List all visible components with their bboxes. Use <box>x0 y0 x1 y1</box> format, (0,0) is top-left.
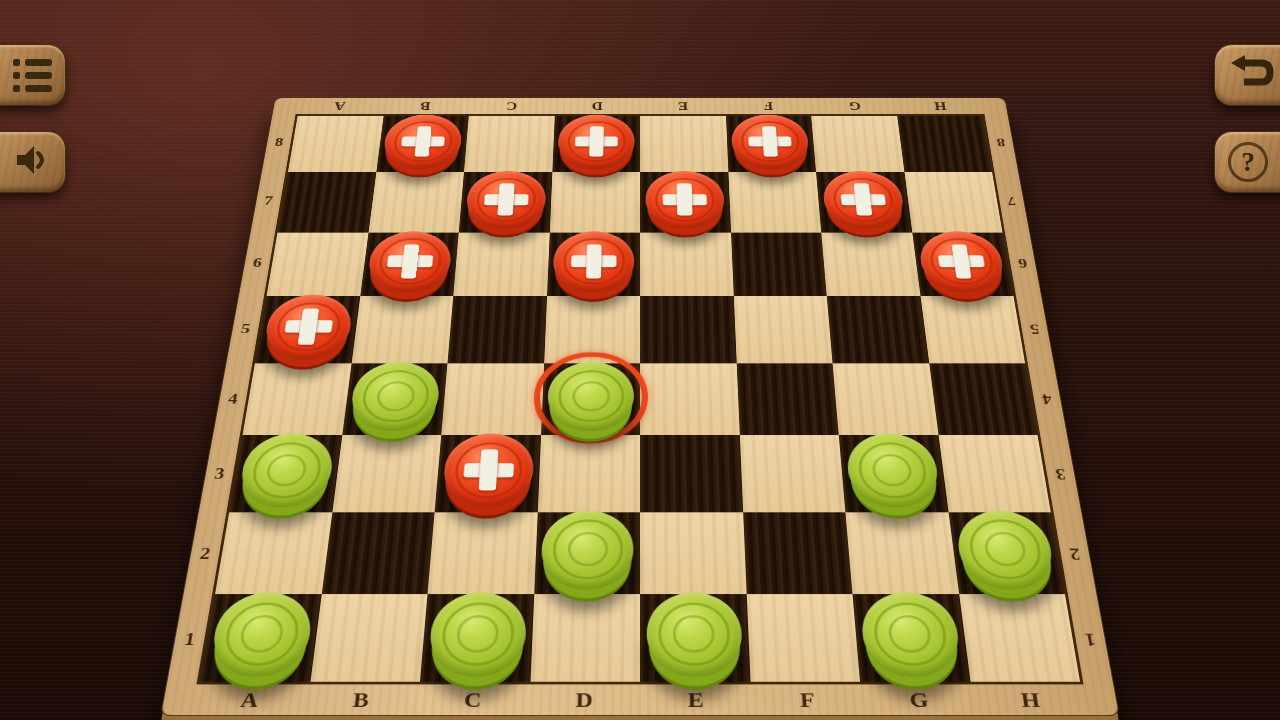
green-piece-e1[interactable] <box>646 592 743 676</box>
red-piece-d6[interactable] <box>552 231 634 292</box>
coord-label-c: C <box>468 98 555 114</box>
cross-icon <box>839 184 886 216</box>
square-e6[interactable] <box>640 232 733 296</box>
coord-label-b: B <box>303 684 418 715</box>
red-piece-b6[interactable] <box>366 231 453 292</box>
green-piece-g3[interactable] <box>845 434 942 507</box>
green-piece-h2[interactable] <box>954 511 1058 589</box>
green-piece-g1[interactable] <box>859 592 963 676</box>
file-labels-top: ABCDEFGH <box>296 98 985 114</box>
square-h2[interactable] <box>948 512 1065 594</box>
coord-label-g: G <box>862 684 977 715</box>
red-piece-d8[interactable] <box>557 115 634 169</box>
square-f6[interactable] <box>731 232 827 296</box>
coord-label-g: G <box>811 98 898 114</box>
square-c3[interactable] <box>435 435 541 512</box>
square-a4[interactable] <box>242 363 351 435</box>
square-g6[interactable] <box>821 232 920 296</box>
menu-button[interactable] <box>0 44 66 106</box>
square-g2[interactable] <box>845 512 958 594</box>
square-a2[interactable] <box>215 512 332 594</box>
square-g5[interactable] <box>827 296 929 364</box>
square-c2[interactable] <box>428 512 538 594</box>
file-labels-bottom: ABCDEFGH <box>191 684 1089 715</box>
sound-button[interactable] <box>0 131 66 193</box>
square-a3[interactable] <box>229 435 342 512</box>
square-b8[interactable] <box>376 116 469 173</box>
square-b7[interactable] <box>368 172 464 232</box>
square-e1[interactable] <box>640 594 750 682</box>
green-piece-c1[interactable] <box>427 592 527 676</box>
coord-label-e: E <box>640 684 752 715</box>
square-h3[interactable] <box>938 435 1051 512</box>
red-piece-e7[interactable] <box>645 171 725 228</box>
coord-label-b: B <box>382 98 469 114</box>
coord-label-e: E <box>640 98 726 114</box>
square-a7[interactable] <box>278 172 376 232</box>
square-d7[interactable] <box>549 172 640 232</box>
red-piece-a5[interactable] <box>261 295 354 360</box>
cross-icon <box>282 309 334 345</box>
coord-label-f: F <box>751 684 865 715</box>
square-e3[interactable] <box>640 435 743 512</box>
square-g8[interactable] <box>811 116 904 173</box>
coord-label-c: C <box>416 684 530 715</box>
square-a5[interactable] <box>255 296 360 364</box>
menu-list-icon <box>13 59 52 92</box>
coord-label-d: D <box>554 98 640 114</box>
square-f8[interactable] <box>726 116 816 173</box>
coord-label-h: H <box>896 98 984 114</box>
red-piece-c3[interactable] <box>441 434 535 507</box>
square-c5[interactable] <box>447 296 546 364</box>
undo-arrow-icon <box>1228 54 1274 96</box>
green-piece-a1[interactable] <box>207 592 315 676</box>
square-f3[interactable] <box>739 435 845 512</box>
square-d1[interactable] <box>530 594 640 682</box>
square-d4[interactable] <box>541 363 640 435</box>
cross-icon <box>386 244 435 278</box>
square-c6[interactable] <box>453 232 549 296</box>
question-mark-icon: ? <box>1228 142 1268 182</box>
speaker-icon <box>14 143 52 181</box>
coord-label-d: D <box>528 684 640 715</box>
square-g1[interactable] <box>852 594 970 682</box>
square-d6[interactable] <box>547 232 640 296</box>
board-grid <box>196 114 1083 684</box>
help-button[interactable]: ? <box>1214 131 1280 193</box>
coord-label-f: F <box>725 98 812 114</box>
square-f7[interactable] <box>728 172 821 232</box>
undo-button[interactable] <box>1214 44 1280 106</box>
square-b2[interactable] <box>321 512 434 594</box>
square-d8[interactable] <box>552 116 640 173</box>
coord-label-a: A <box>191 684 307 715</box>
red-piece-c7[interactable] <box>465 171 547 228</box>
green-piece-d4[interactable] <box>547 362 634 431</box>
cross-icon <box>575 126 618 156</box>
square-c1[interactable] <box>420 594 534 682</box>
coord-label-a: A <box>296 98 384 114</box>
cross-icon <box>462 450 514 491</box>
square-b3[interactable] <box>332 435 441 512</box>
board-3d-wrapper: ABCDEFGH ABCDEFGH 87654321 87654321 <box>160 98 1120 716</box>
square-c8[interactable] <box>464 116 554 173</box>
question-mark-label: ? <box>1241 147 1255 178</box>
red-piece-g7[interactable] <box>821 171 906 228</box>
square-b6[interactable] <box>360 232 459 296</box>
red-piece-f8[interactable] <box>731 115 811 169</box>
green-piece-a3[interactable] <box>236 434 336 507</box>
square-b1[interactable] <box>310 594 428 682</box>
square-a1[interactable] <box>200 594 321 682</box>
cross-icon <box>937 244 987 278</box>
square-h8[interactable] <box>897 116 992 173</box>
red-piece-h6[interactable] <box>917 231 1007 292</box>
cross-icon <box>662 184 707 216</box>
square-b5[interactable] <box>351 296 453 364</box>
cross-icon <box>571 244 617 278</box>
green-piece-d2[interactable] <box>540 511 633 589</box>
green-piece-b4[interactable] <box>348 362 441 431</box>
square-g4[interactable] <box>833 363 939 435</box>
square-g7[interactable] <box>816 172 912 232</box>
square-e4[interactable] <box>640 363 739 435</box>
square-h7[interactable] <box>904 172 1002 232</box>
square-f2[interactable] <box>743 512 853 594</box>
cross-icon <box>400 126 446 156</box>
coord-label-h: H <box>973 684 1089 715</box>
square-e2[interactable] <box>640 512 746 594</box>
square-h6[interactable] <box>912 232 1014 296</box>
cross-icon <box>748 126 793 156</box>
square-f1[interactable] <box>746 594 860 682</box>
square-c4[interactable] <box>441 363 543 435</box>
square-d3[interactable] <box>537 435 640 512</box>
square-c7[interactable] <box>459 172 552 232</box>
square-f4[interactable] <box>736 363 838 435</box>
square-e5[interactable] <box>640 296 736 364</box>
square-h4[interactable] <box>929 363 1038 435</box>
board-frame: ABCDEFGH ABCDEFGH 87654321 87654321 <box>160 98 1120 716</box>
square-f5[interactable] <box>733 296 832 364</box>
square-d2[interactable] <box>534 512 640 594</box>
square-e8[interactable] <box>640 116 728 173</box>
square-h1[interactable] <box>959 594 1080 682</box>
square-e7[interactable] <box>640 172 731 232</box>
square-g3[interactable] <box>839 435 948 512</box>
square-h5[interactable] <box>920 296 1025 364</box>
square-b4[interactable] <box>342 363 448 435</box>
square-a8[interactable] <box>288 116 383 173</box>
cross-icon <box>483 184 529 216</box>
square-a6[interactable] <box>267 232 369 296</box>
red-piece-b8[interactable] <box>382 115 464 169</box>
game-screen: { "game": "checkers", "app": {"view": "c… <box>0 0 1280 720</box>
